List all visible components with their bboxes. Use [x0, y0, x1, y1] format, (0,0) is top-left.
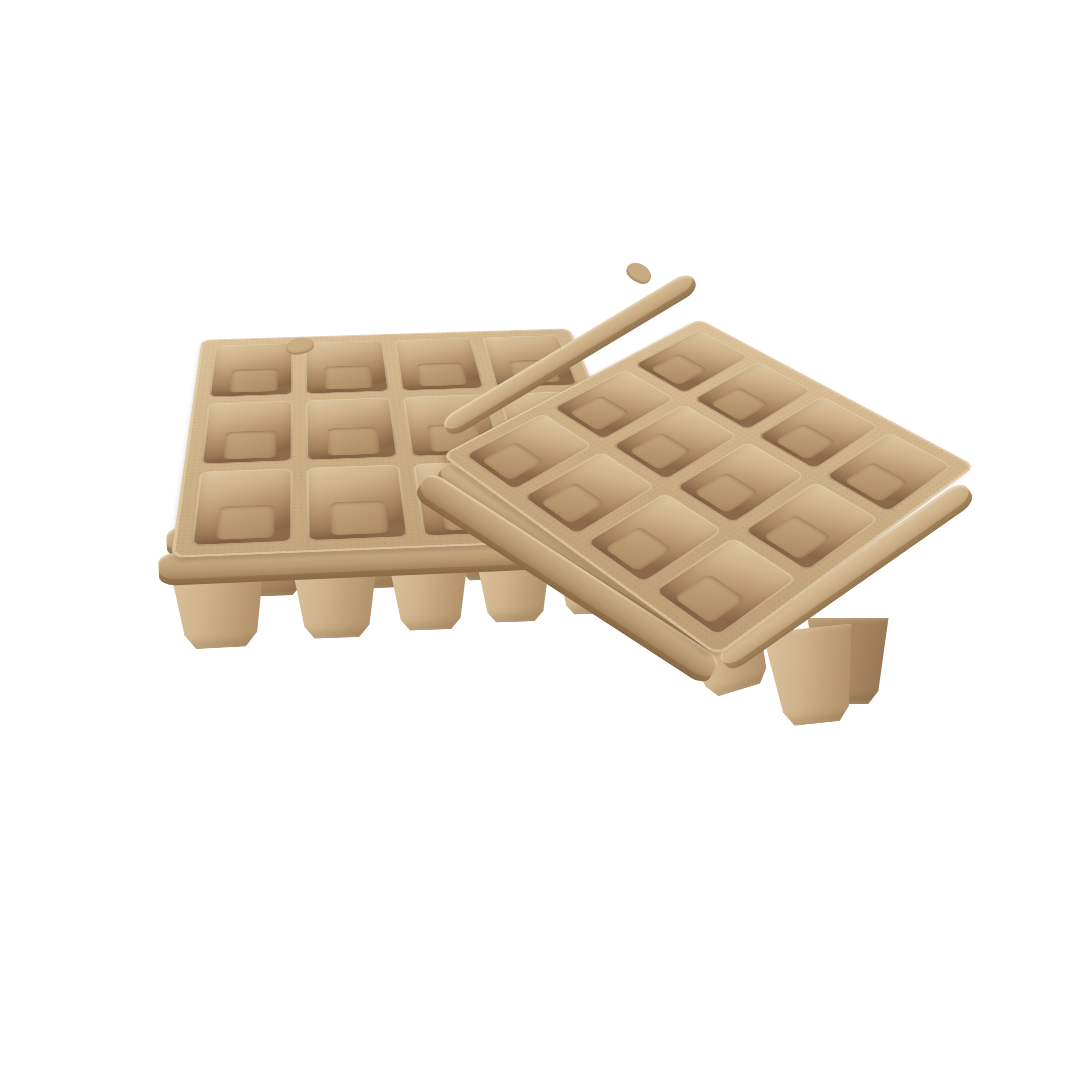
tray-stack-right: [0, 0, 1080, 1080]
product-photo-canvas: Two stacks of empty biodegradable paper-…: [0, 0, 1080, 1080]
